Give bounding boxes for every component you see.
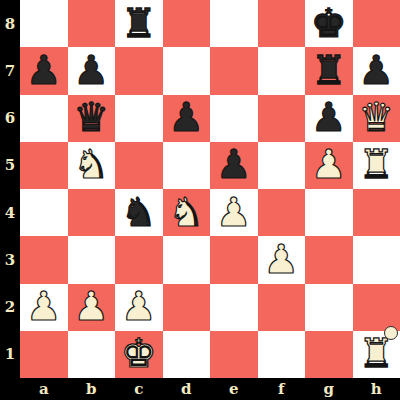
square-b1[interactable] (68, 331, 116, 378)
black-pawn[interactable]: ♟ (168, 97, 204, 137)
square-a3[interactable] (20, 236, 68, 283)
square-h8[interactable] (353, 0, 400, 47)
square-d7[interactable] (163, 47, 211, 94)
file-label-d: d (163, 378, 211, 400)
white-king[interactable]: ♚ (121, 333, 157, 373)
square-e4[interactable]: ♟ (210, 189, 258, 236)
square-a7[interactable]: ♟ (20, 47, 68, 94)
square-e5[interactable]: ♟ (210, 142, 258, 189)
rank-label-5: 5 (0, 142, 20, 189)
square-f7[interactable] (258, 47, 306, 94)
square-a4[interactable] (20, 189, 68, 236)
square-g7[interactable]: ♜ (305, 47, 353, 94)
square-c5[interactable] (115, 142, 163, 189)
square-f4[interactable] (258, 189, 306, 236)
white-queen[interactable]: ♛ (358, 97, 394, 137)
file-label-e: e (210, 378, 258, 400)
square-d6[interactable]: ♟ (163, 95, 211, 142)
square-d1[interactable] (163, 331, 211, 378)
square-h6[interactable]: ♛ (353, 95, 400, 142)
rank-label-2: 2 (0, 284, 20, 331)
square-b7[interactable]: ♟ (68, 47, 116, 94)
cursor-dot (384, 326, 398, 340)
square-g1[interactable] (305, 331, 353, 378)
file-label-b: b (68, 378, 116, 400)
square-e1[interactable] (210, 331, 258, 378)
square-d2[interactable] (163, 284, 211, 331)
square-g3[interactable] (305, 236, 353, 283)
white-knight[interactable]: ♞ (168, 192, 204, 232)
square-e8[interactable] (210, 0, 258, 47)
chess-board-frame: 87654321 ♜♚♟♟♜♟♛♟♟♛♞♟♟♜♞♞♟♟♟♟♟♚♜ abcdefg… (0, 0, 400, 400)
square-g5[interactable]: ♟ (305, 142, 353, 189)
white-pawn[interactable]: ♟ (263, 239, 299, 279)
square-a2[interactable]: ♟ (20, 284, 68, 331)
square-b2[interactable]: ♟ (68, 284, 116, 331)
square-b6[interactable]: ♛ (68, 95, 116, 142)
square-c6[interactable] (115, 95, 163, 142)
file-label-a: a (20, 378, 68, 400)
black-pawn[interactable]: ♟ (358, 50, 394, 90)
square-f2[interactable] (258, 284, 306, 331)
square-f1[interactable] (258, 331, 306, 378)
square-g2[interactable] (305, 284, 353, 331)
white-pawn[interactable]: ♟ (311, 144, 347, 184)
file-label-h: h (353, 378, 400, 400)
square-a1[interactable] (20, 331, 68, 378)
white-rook[interactable]: ♜ (358, 144, 394, 184)
file-label-f: f (258, 378, 306, 400)
square-b8[interactable] (68, 0, 116, 47)
square-f8[interactable] (258, 0, 306, 47)
square-e3[interactable] (210, 236, 258, 283)
black-pawn[interactable]: ♟ (26, 50, 62, 90)
square-a5[interactable] (20, 142, 68, 189)
square-c1[interactable]: ♚ (115, 331, 163, 378)
square-g8[interactable]: ♚ (305, 0, 353, 47)
square-d3[interactable] (163, 236, 211, 283)
square-c3[interactable] (115, 236, 163, 283)
file-labels: abcdefgh (20, 378, 400, 400)
square-h2[interactable] (353, 284, 400, 331)
black-rook[interactable]: ♜ (311, 50, 347, 90)
rank-label-4: 4 (0, 189, 20, 236)
rank-label-3: 3 (0, 236, 20, 283)
black-pawn[interactable]: ♟ (216, 144, 252, 184)
square-e6[interactable] (210, 95, 258, 142)
white-pawn[interactable]: ♟ (26, 286, 62, 326)
square-h3[interactable] (353, 236, 400, 283)
square-h7[interactable]: ♟ (353, 47, 400, 94)
square-f3[interactable]: ♟ (258, 236, 306, 283)
square-c8[interactable]: ♜ (115, 0, 163, 47)
rank-label-6: 6 (0, 95, 20, 142)
square-c2[interactable]: ♟ (115, 284, 163, 331)
black-pawn[interactable]: ♟ (73, 50, 109, 90)
file-label-g: g (305, 378, 353, 400)
square-e2[interactable] (210, 284, 258, 331)
square-d8[interactable] (163, 0, 211, 47)
black-knight[interactable]: ♞ (121, 192, 157, 232)
square-g4[interactable] (305, 189, 353, 236)
rank-label-1: 1 (0, 331, 20, 378)
square-e7[interactable] (210, 47, 258, 94)
square-b5[interactable]: ♞ (68, 142, 116, 189)
white-pawn[interactable]: ♟ (216, 192, 252, 232)
rank-label-7: 7 (0, 47, 20, 94)
square-d4[interactable]: ♞ (163, 189, 211, 236)
rank-label-8: 8 (0, 0, 20, 47)
square-c4[interactable]: ♞ (115, 189, 163, 236)
black-king[interactable]: ♚ (311, 3, 347, 43)
file-label-c: c (115, 378, 163, 400)
black-rook[interactable]: ♜ (121, 3, 157, 43)
square-b4[interactable] (68, 189, 116, 236)
square-a8[interactable] (20, 0, 68, 47)
square-h5[interactable]: ♜ (353, 142, 400, 189)
square-f5[interactable] (258, 142, 306, 189)
rank-labels: 87654321 (0, 0, 20, 378)
black-queen[interactable]: ♛ (73, 97, 109, 137)
square-h4[interactable] (353, 189, 400, 236)
white-pawn[interactable]: ♟ (121, 286, 157, 326)
black-pawn[interactable]: ♟ (311, 97, 347, 137)
chess-board: ♜♚♟♟♜♟♛♟♟♛♞♟♟♜♞♞♟♟♟♟♟♚♜ (20, 0, 400, 378)
white-pawn[interactable]: ♟ (73, 286, 109, 326)
white-knight[interactable]: ♞ (73, 144, 109, 184)
square-c7[interactable] (115, 47, 163, 94)
square-d5[interactable] (163, 142, 211, 189)
square-a6[interactable] (20, 95, 68, 142)
square-b3[interactable] (68, 236, 116, 283)
square-g6[interactable]: ♟ (305, 95, 353, 142)
square-f6[interactable] (258, 95, 306, 142)
